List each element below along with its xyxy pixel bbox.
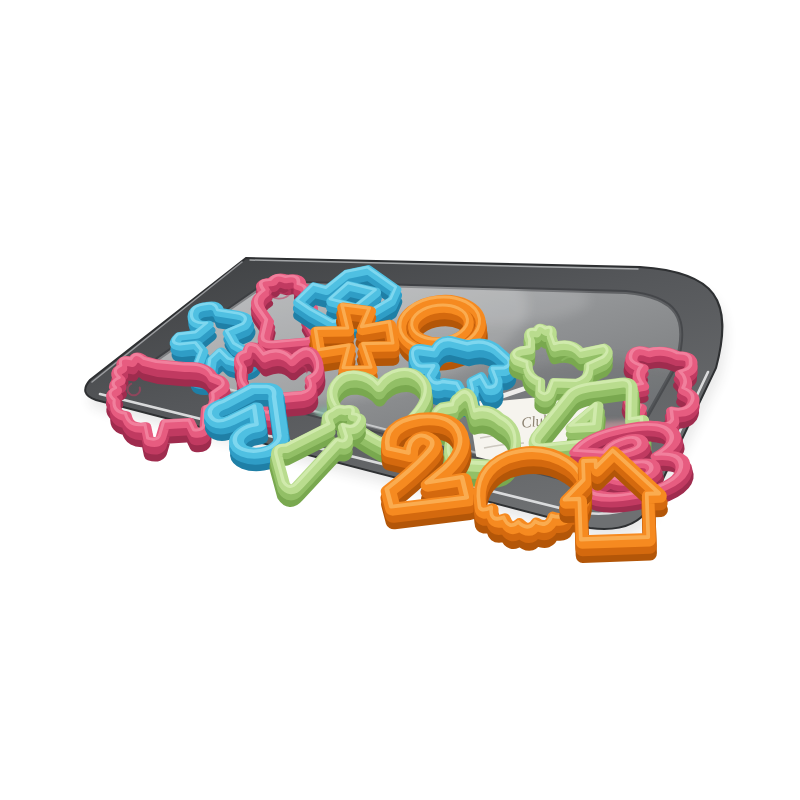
baking-tray-photo: Club <box>0 0 800 800</box>
product-photo-stage: Club <box>0 0 800 800</box>
cutter-number-2 <box>381 413 470 522</box>
